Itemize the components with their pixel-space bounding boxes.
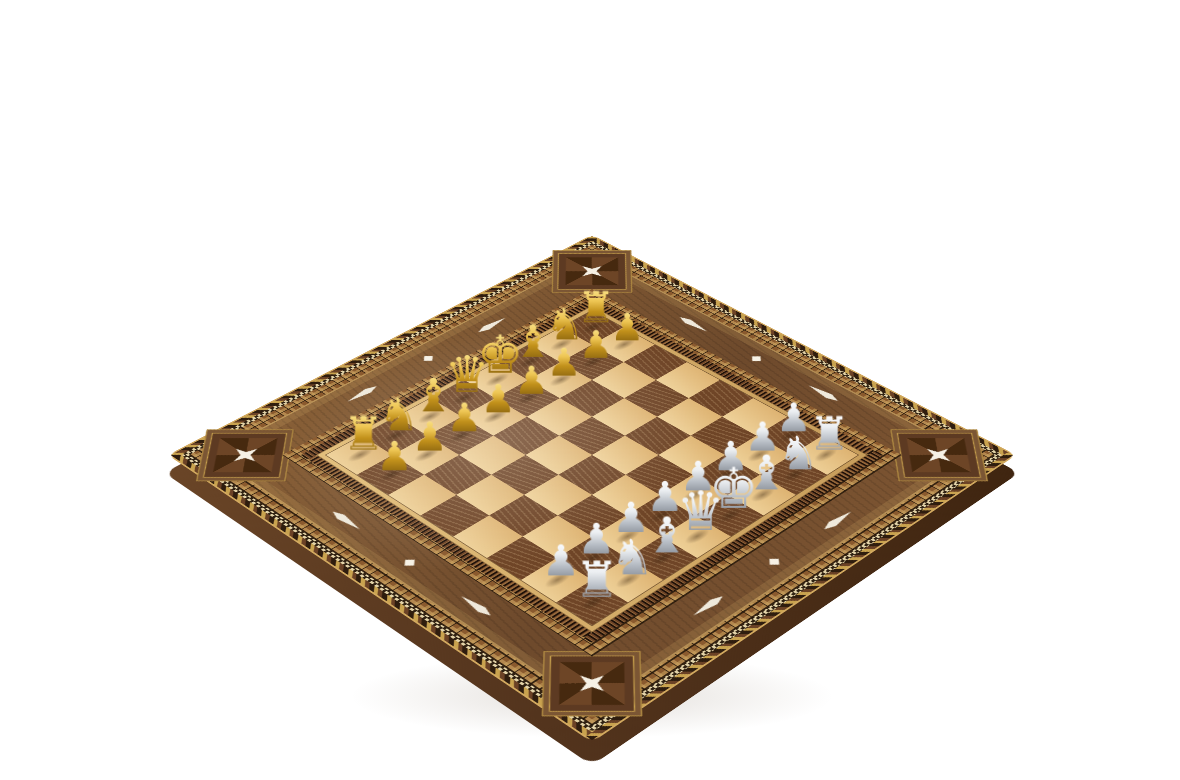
gold-pawn-glyph: ♟ <box>359 436 428 476</box>
mother-of-pearl-diamond <box>752 356 761 361</box>
mother-of-pearl-dart <box>344 384 380 403</box>
corner-medallion <box>552 250 632 292</box>
piece-silver-rook: ♜ <box>556 579 628 624</box>
mother-of-pearl-dart <box>805 383 841 402</box>
photo-background: ♜♞♝♛♚♝♞♜♟♟♟♟♟♟♟♟♟♟♟♟♟♟♟♟♜♞♝♛♚♝♞♜ <box>0 0 1180 780</box>
chess-board: ♜♞♝♛♚♝♞♜♟♟♟♟♟♟♟♟♟♟♟♟♟♟♟♟♜♞♝♛♚♝♞♜ <box>168 235 1017 743</box>
mother-of-pearl-star <box>573 261 611 281</box>
silver-rook-glyph: ♜ <box>559 555 632 605</box>
mother-of-pearl-diamond <box>424 356 433 361</box>
piece-gold-pawn: ♟ <box>357 455 424 495</box>
mother-of-pearl-dart <box>677 315 711 333</box>
mother-of-pearl-dart <box>475 316 509 334</box>
